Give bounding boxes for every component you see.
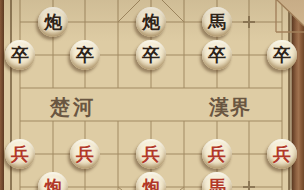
piece-red-horse[interactable]: 馬	[202, 172, 232, 190]
piece-character: 卒	[11, 46, 29, 64]
piece-red-soldier[interactable]: 兵	[136, 139, 166, 169]
piece-black-cannon[interactable]: 炮	[38, 7, 68, 37]
river-label-han: 漢界	[209, 96, 251, 118]
river-label-chu: 楚河	[50, 96, 96, 118]
piece-red-soldier[interactable]: 兵	[267, 139, 297, 169]
piece-black-cannon[interactable]: 炮	[136, 7, 166, 37]
piece-character: 兵	[208, 145, 226, 163]
piece-red-soldier[interactable]: 兵	[70, 139, 100, 169]
piece-character: 兵	[11, 145, 29, 163]
piece-character: 卒	[273, 46, 291, 64]
piece-character: 馬	[208, 178, 226, 190]
piece-red-cannon[interactable]: 炮	[136, 172, 166, 190]
piece-character: 卒	[208, 46, 226, 64]
board-frame-left	[0, 0, 4, 190]
piece-character: 炮	[44, 178, 62, 190]
piece-red-soldier[interactable]: 兵	[5, 139, 35, 169]
piece-black-soldier[interactable]: 卒	[5, 40, 35, 70]
piece-black-horse[interactable]: 馬	[202, 7, 232, 37]
piece-character: 兵	[273, 145, 291, 163]
piece-black-soldier[interactable]: 卒	[267, 40, 297, 70]
piece-character: 炮	[142, 13, 160, 31]
piece-character: 卒	[76, 46, 94, 64]
piece-character: 卒	[142, 46, 160, 64]
xiangqi-board[interactable]: 楚河 漢界 炮炮馬卒卒卒卒卒兵兵兵兵兵炮炮馬	[0, 0, 304, 190]
piece-character: 炮	[142, 178, 160, 190]
piece-character: 炮	[44, 13, 62, 31]
piece-character: 兵	[76, 145, 94, 163]
piece-black-soldier[interactable]: 卒	[136, 40, 166, 70]
piece-red-soldier[interactable]: 兵	[202, 139, 232, 169]
piece-black-soldier[interactable]: 卒	[70, 40, 100, 70]
piece-black-soldier[interactable]: 卒	[202, 40, 232, 70]
piece-red-cannon[interactable]: 炮	[38, 172, 68, 190]
piece-character: 馬	[208, 13, 226, 31]
piece-character: 兵	[142, 145, 160, 163]
